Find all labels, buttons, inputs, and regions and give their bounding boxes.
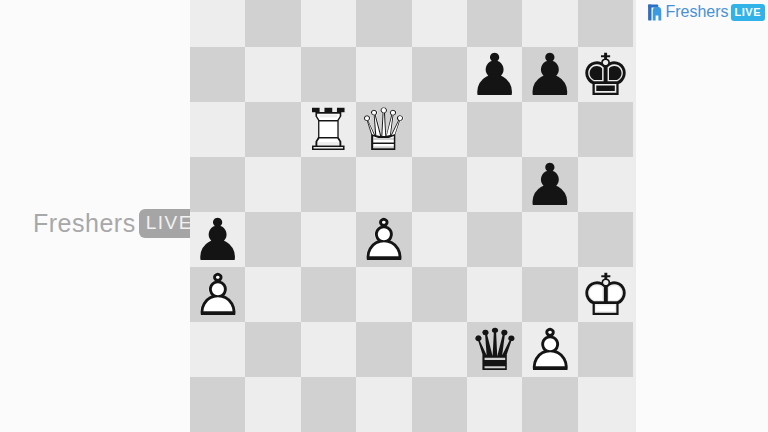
square-f2: ♛	[467, 322, 522, 377]
square-b4	[245, 212, 300, 267]
black-pawn-piece-f7: ♟	[467, 47, 522, 102]
square-d4: ♟♙	[356, 212, 411, 267]
square-e8	[412, 0, 467, 47]
square-h8	[578, 0, 633, 47]
square-g6	[522, 102, 577, 157]
square-d2	[356, 322, 411, 377]
white-pawn-piece-d4: ♟♙	[356, 212, 411, 267]
square-d5	[356, 157, 411, 212]
square-h7: ♚	[578, 47, 633, 102]
square-f7: ♟	[467, 47, 522, 102]
square-e2	[412, 322, 467, 377]
square-h2	[578, 322, 633, 377]
logo-brand-text: Freshers	[665, 3, 728, 21]
white-pawn-piece-a3: ♟♙	[190, 267, 245, 322]
square-c6: ♜♖	[301, 102, 356, 157]
square-a1	[190, 377, 245, 432]
square-f8	[467, 0, 522, 47]
square-c2	[301, 322, 356, 377]
black-pawn-piece-g5: ♟	[522, 157, 577, 212]
square-g8	[522, 0, 577, 47]
square-g4	[522, 212, 577, 267]
square-a6	[190, 102, 245, 157]
fresherslive-logo-icon	[648, 4, 662, 21]
logo-live-badge: LIVE	[731, 4, 765, 21]
square-b5	[245, 157, 300, 212]
square-f6	[467, 102, 522, 157]
square-b3	[245, 267, 300, 322]
page-background: Freshers LIVE ♟♟♚♜♖♛♕♟♟♟♙♟♙♚♔♛♟♙ Fresher…	[0, 0, 768, 432]
square-g5: ♟	[522, 157, 577, 212]
square-d1	[356, 377, 411, 432]
square-g3	[522, 267, 577, 322]
square-e4	[412, 212, 467, 267]
square-e5	[412, 157, 467, 212]
square-c7	[301, 47, 356, 102]
square-c1	[301, 377, 356, 432]
square-b8	[245, 0, 300, 47]
square-b1	[245, 377, 300, 432]
square-f5	[467, 157, 522, 212]
square-a7	[190, 47, 245, 102]
square-c8	[301, 0, 356, 47]
square-a2	[190, 322, 245, 377]
square-h5	[578, 157, 633, 212]
square-h3: ♚♔	[578, 267, 633, 322]
square-f1	[467, 377, 522, 432]
square-g7: ♟	[522, 47, 577, 102]
square-f3	[467, 267, 522, 322]
square-d7	[356, 47, 411, 102]
square-c5	[301, 157, 356, 212]
white-pawn-piece-g2: ♟♙	[522, 322, 577, 377]
watermark-fresherslive: Freshers LIVE	[33, 209, 200, 238]
square-e1	[412, 377, 467, 432]
white-queen-piece-d6: ♛♕	[356, 102, 411, 157]
square-h6	[578, 102, 633, 157]
square-e6	[412, 102, 467, 157]
square-a8	[190, 0, 245, 47]
square-d6: ♛♕	[356, 102, 411, 157]
square-f4	[467, 212, 522, 267]
square-h4	[578, 212, 633, 267]
square-g2: ♟♙	[522, 322, 577, 377]
square-c4	[301, 212, 356, 267]
black-pawn-piece-g7: ♟	[522, 47, 577, 102]
square-b2	[245, 322, 300, 377]
white-king-piece-h3: ♚♔	[578, 267, 633, 322]
square-g1	[522, 377, 577, 432]
black-queen-piece-f2: ♛	[467, 322, 522, 377]
square-d3	[356, 267, 411, 322]
square-h1	[578, 377, 633, 432]
chess-board: ♟♟♚♜♖♛♕♟♟♟♙♟♙♚♔♛♟♙	[190, 0, 636, 432]
square-c3	[301, 267, 356, 322]
square-b7	[245, 47, 300, 102]
white-rook-piece-c6: ♜♖	[301, 102, 356, 157]
square-d8	[356, 0, 411, 47]
black-pawn-piece-a4: ♟	[190, 212, 245, 267]
watermark-brand-text: Freshers	[33, 209, 136, 238]
square-e7	[412, 47, 467, 102]
square-a3: ♟♙	[190, 267, 245, 322]
square-b6	[245, 102, 300, 157]
square-e3	[412, 267, 467, 322]
black-king-piece-h7: ♚	[578, 47, 633, 102]
square-a5	[190, 157, 245, 212]
fresherslive-logo[interactable]: Freshers LIVE	[648, 3, 765, 21]
square-a4: ♟	[190, 212, 245, 267]
